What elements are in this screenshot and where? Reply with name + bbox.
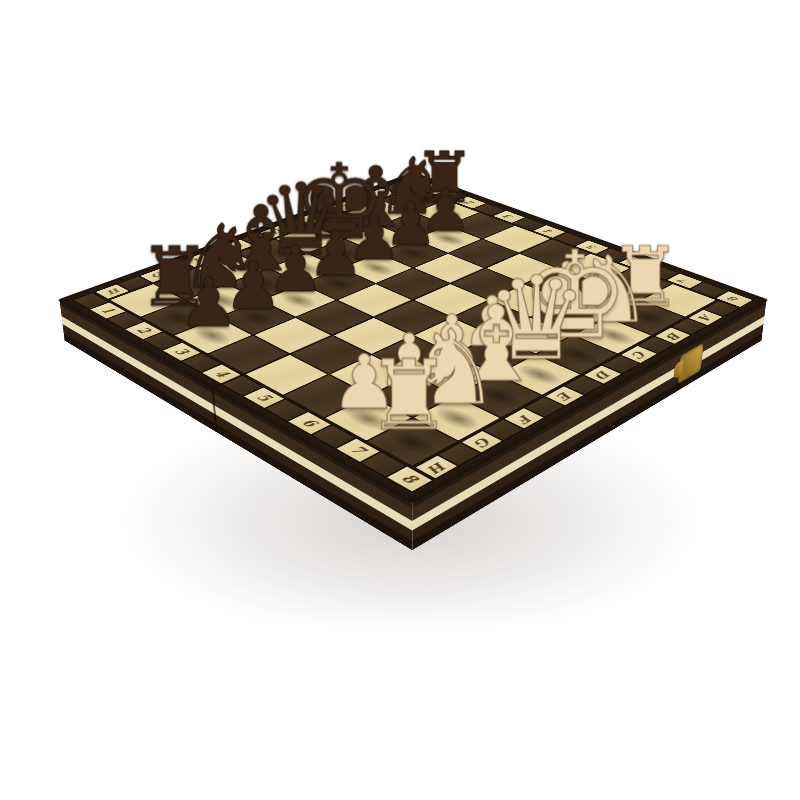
pieces-layer: ♜♞♝♟♚♟♛♟♝♟♞♟♜♟♜♟♟♞♚♟♛♟♝♟♞♟♜ [59, 173, 766, 502]
fold-seam-side [212, 387, 217, 433]
dark-pawn-glyph: ♟ [124, 269, 293, 336]
scene: 12345678 ABCDEFGH 12345678 ABCDEFGH ♜♞♝♟… [0, 0, 800, 800]
light-rook-glyph: ♜ [312, 347, 506, 444]
chess-board: 12345678 ABCDEFGH 12345678 ABCDEFGH ♜♞♝♟… [59, 173, 766, 502]
product-photo-stage: 12345678 ABCDEFGH 12345678 ABCDEFGH ♜♞♝♟… [0, 0, 800, 800]
